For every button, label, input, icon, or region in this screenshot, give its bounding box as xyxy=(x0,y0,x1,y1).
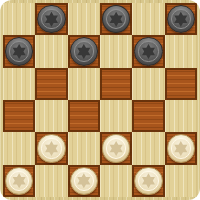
dark-piece[interactable] xyxy=(102,5,130,33)
square-r3c5[interactable] xyxy=(165,100,197,132)
six-pointed-star-icon xyxy=(173,12,188,27)
square-r4c0[interactable] xyxy=(3,132,35,164)
square-r2c2[interactable] xyxy=(68,68,100,100)
dark-piece[interactable] xyxy=(37,5,65,33)
square-r2c1[interactable] xyxy=(35,68,67,100)
six-pointed-star-icon xyxy=(109,12,124,27)
square-r0c3[interactable] xyxy=(100,3,132,35)
white-piece[interactable] xyxy=(102,134,130,162)
square-r2c4[interactable] xyxy=(132,68,164,100)
square-r1c5[interactable] xyxy=(165,35,197,67)
square-r1c0[interactable] xyxy=(3,35,35,67)
square-r5c1[interactable] xyxy=(35,165,67,197)
white-piece[interactable] xyxy=(167,134,195,162)
square-r3c2[interactable] xyxy=(68,100,100,132)
six-pointed-star-icon xyxy=(76,44,91,59)
white-piece[interactable] xyxy=(70,167,98,195)
square-r0c5[interactable] xyxy=(165,3,197,35)
dark-piece[interactable] xyxy=(134,37,162,65)
square-r5c4[interactable] xyxy=(132,165,164,197)
square-r5c5[interactable] xyxy=(165,165,197,197)
checkers-board xyxy=(0,0,200,200)
square-r1c1[interactable] xyxy=(35,35,67,67)
square-r0c0[interactable] xyxy=(3,3,35,35)
six-pointed-star-icon xyxy=(141,44,156,59)
square-r0c2[interactable] xyxy=(68,3,100,35)
square-r5c3[interactable] xyxy=(100,165,132,197)
six-pointed-star-icon xyxy=(44,141,59,156)
square-r1c4[interactable] xyxy=(132,35,164,67)
six-pointed-star-icon xyxy=(44,12,59,27)
square-r4c1[interactable] xyxy=(35,132,67,164)
square-r5c0[interactable] xyxy=(3,165,35,197)
square-r3c1[interactable] xyxy=(35,100,67,132)
square-r1c3[interactable] xyxy=(100,35,132,67)
square-r0c1[interactable] xyxy=(35,3,67,35)
square-r5c2[interactable] xyxy=(68,165,100,197)
square-r1c2[interactable] xyxy=(68,35,100,67)
six-pointed-star-icon xyxy=(141,173,156,188)
square-r3c3[interactable] xyxy=(100,100,132,132)
six-pointed-star-icon xyxy=(173,141,188,156)
board-grid xyxy=(3,3,197,197)
square-r0c4[interactable] xyxy=(132,3,164,35)
square-r4c3[interactable] xyxy=(100,132,132,164)
white-piece[interactable] xyxy=(37,134,65,162)
square-r4c5[interactable] xyxy=(165,132,197,164)
six-pointed-star-icon xyxy=(12,173,27,188)
dark-piece[interactable] xyxy=(167,5,195,33)
square-r2c3[interactable] xyxy=(100,68,132,100)
square-r2c5[interactable] xyxy=(165,68,197,100)
white-piece[interactable] xyxy=(134,167,162,195)
square-r4c2[interactable] xyxy=(68,132,100,164)
square-r3c4[interactable] xyxy=(132,100,164,132)
white-piece[interactable] xyxy=(5,167,33,195)
six-pointed-star-icon xyxy=(76,173,91,188)
six-pointed-star-icon xyxy=(109,141,124,156)
dark-piece[interactable] xyxy=(70,37,98,65)
dark-piece[interactable] xyxy=(5,37,33,65)
square-r2c0[interactable] xyxy=(3,68,35,100)
square-r4c4[interactable] xyxy=(132,132,164,164)
six-pointed-star-icon xyxy=(12,44,27,59)
square-r3c0[interactable] xyxy=(3,100,35,132)
